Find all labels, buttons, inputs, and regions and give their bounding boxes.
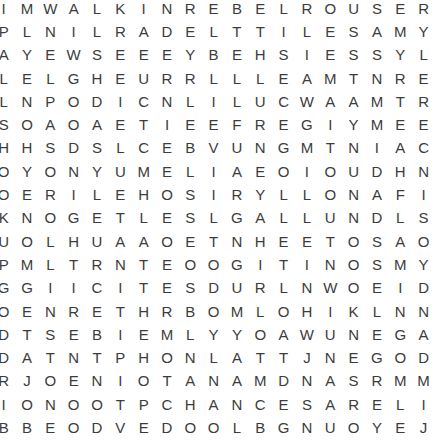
letter-cell-r6c4[interactable]: O [62, 113, 85, 136]
letter-cell-r9c17[interactable]: A [365, 183, 388, 206]
letter-cell-r11c16[interactable]: O [342, 229, 365, 252]
letter-cell-r15c2[interactable]: T [15, 323, 38, 346]
letter-cell-r7c12[interactable]: N [249, 136, 272, 159]
letter-cell-r14c17[interactable]: L [365, 299, 388, 322]
letter-cell-r7c3[interactable]: S [39, 136, 62, 159]
letter-cell-r5c16[interactable]: A [342, 90, 365, 113]
letter-cell-r10c14[interactable]: L [295, 206, 318, 229]
letter-cell-r6c19[interactable]: E [412, 113, 435, 136]
letter-cell-r19c9[interactable]: O [179, 416, 202, 439]
letter-cell-r6c9[interactable]: E [179, 113, 202, 136]
letter-cell-r13c15[interactable]: W [319, 276, 342, 299]
letter-cell-r15c10[interactable]: Y [202, 323, 225, 346]
letter-cell-r5c6[interactable]: I [109, 90, 132, 113]
letter-cell-r14c5[interactable]: E [85, 299, 108, 322]
letter-cell-r4c11[interactable]: L [225, 66, 248, 89]
letter-cell-r18c8[interactable]: C [155, 393, 178, 416]
letter-cell-r5c9[interactable]: L [179, 90, 202, 113]
letter-cell-r16c1[interactable]: D [0, 346, 15, 369]
letter-cell-r19c19[interactable]: J [412, 416, 435, 439]
letter-cell-r5c3[interactable]: P [39, 90, 62, 113]
letter-cell-r3c3[interactable]: E [39, 43, 62, 66]
letter-cell-r1c4[interactable]: A [62, 0, 85, 20]
letter-cell-r5c4[interactable]: O [62, 90, 85, 113]
letter-cell-r13c12[interactable]: R [249, 276, 272, 299]
letter-cell-r6c8[interactable]: I [155, 113, 178, 136]
letter-cell-r17c4[interactable]: E [62, 369, 85, 392]
letter-cell-r14c1[interactable]: O [0, 299, 15, 322]
letter-cell-r8c19[interactable]: N [412, 160, 435, 183]
letter-cell-r9c16[interactable]: N [342, 183, 365, 206]
letter-cell-r9c9[interactable]: S [179, 183, 202, 206]
letter-cell-r3c13[interactable]: S [272, 43, 295, 66]
letter-cell-r10c1[interactable]: K [0, 206, 15, 229]
letter-cell-r1c19[interactable]: R [412, 0, 435, 20]
letter-cell-r16c2[interactable]: A [15, 346, 38, 369]
letter-cell-r2c19[interactable]: Y [412, 20, 435, 43]
letter-cell-r11c17[interactable]: S [365, 229, 388, 252]
letter-cell-r8c14[interactable]: I [295, 160, 318, 183]
letter-cell-r2c17[interactable]: A [365, 20, 388, 43]
letter-cell-r1c1[interactable]: I [0, 0, 15, 20]
letter-cell-r15c14[interactable]: W [295, 323, 318, 346]
letter-cell-r8c1[interactable]: O [0, 160, 15, 183]
letter-cell-r7c5[interactable]: S [85, 136, 108, 159]
letter-cell-r10c6[interactable]: T [109, 206, 132, 229]
letter-cell-r9c18[interactable]: F [389, 183, 412, 206]
letter-cell-r13c1[interactable]: G [0, 276, 15, 299]
letter-cell-r12c15[interactable]: N [319, 253, 342, 276]
letter-cell-r7c11[interactable]: U [225, 136, 248, 159]
letter-cell-r8c13[interactable]: O [272, 160, 295, 183]
letter-cell-r7c14[interactable]: M [295, 136, 318, 159]
letter-cell-r16c14[interactable]: J [295, 346, 318, 369]
letter-cell-r9c11[interactable]: R [225, 183, 248, 206]
letter-cell-r5c15[interactable]: A [319, 90, 342, 113]
letter-cell-r3c16[interactable]: S [342, 43, 365, 66]
letter-cell-r7c19[interactable]: C [412, 136, 435, 159]
letter-cell-r17c3[interactable]: O [39, 369, 62, 392]
letter-cell-r17c12[interactable]: M [249, 369, 272, 392]
letter-cell-r9c1[interactable]: O [0, 183, 15, 206]
letter-cell-r9c15[interactable]: O [319, 183, 342, 206]
letter-cell-r1c6[interactable]: K [109, 0, 132, 20]
letter-cell-r13c3[interactable]: I [39, 276, 62, 299]
letter-cell-r6c13[interactable]: E [272, 113, 295, 136]
letter-cell-r4c15[interactable]: M [319, 66, 342, 89]
letter-cell-r9c10[interactable]: I [202, 183, 225, 206]
letter-cell-r14c14[interactable]: H [295, 299, 318, 322]
letter-cell-r7c4[interactable]: D [62, 136, 85, 159]
letter-cell-r3c7[interactable]: E [132, 43, 155, 66]
letter-cell-r19c4[interactable]: O [62, 416, 85, 439]
letter-cell-r6c14[interactable]: G [295, 113, 318, 136]
letter-cell-r14c4[interactable]: R [62, 299, 85, 322]
letter-cell-r5c8[interactable]: N [155, 90, 178, 113]
letter-cell-r14c12[interactable]: L [249, 299, 272, 322]
letter-cell-r11c13[interactable]: E [272, 229, 295, 252]
letter-cell-r3c2[interactable]: Y [15, 43, 38, 66]
letter-cell-r2c4[interactable]: I [62, 20, 85, 43]
letter-cell-r1c18[interactable]: E [389, 0, 412, 20]
letter-cell-r18c7[interactable]: P [132, 393, 155, 416]
letter-cell-r11c12[interactable]: H [249, 229, 272, 252]
letter-cell-r3c18[interactable]: Y [389, 43, 412, 66]
letter-cell-r15c18[interactable]: G [389, 323, 412, 346]
letter-cell-r19c17[interactable]: Y [365, 416, 388, 439]
letter-cell-r10c15[interactable]: U [319, 206, 342, 229]
letter-cell-r15c9[interactable]: L [179, 323, 202, 346]
letter-cell-r13c7[interactable]: T [132, 276, 155, 299]
letter-cell-r19c7[interactable]: E [132, 416, 155, 439]
letter-cell-r9c19[interactable]: I [412, 183, 435, 206]
letter-cell-r5c10[interactable]: I [202, 90, 225, 113]
letter-cell-r14c9[interactable]: B [179, 299, 202, 322]
letter-cell-r12c6[interactable]: N [109, 253, 132, 276]
letter-cell-r5c2[interactable]: N [15, 90, 38, 113]
letter-cell-r10c7[interactable]: L [132, 206, 155, 229]
letter-cell-r18c14[interactable]: S [295, 393, 318, 416]
letter-cell-r9c13[interactable]: L [272, 183, 295, 206]
letter-cell-r12c12[interactable]: I [249, 253, 272, 276]
letter-cell-r4c17[interactable]: N [365, 66, 388, 89]
letter-cell-r10c3[interactable]: O [39, 206, 62, 229]
letter-cell-r18c9[interactable]: H [179, 393, 202, 416]
letter-cell-r3c5[interactable]: S [85, 43, 108, 66]
letter-cell-r10c12[interactable]: A [249, 206, 272, 229]
letter-cell-r6c16[interactable]: Y [342, 113, 365, 136]
letter-cell-r11c7[interactable]: A [132, 229, 155, 252]
letter-cell-r7c10[interactable]: V [202, 136, 225, 159]
letter-cell-r3c19[interactable]: L [412, 43, 435, 66]
letter-cell-r8c11[interactable]: A [225, 160, 248, 183]
letter-cell-r4c18[interactable]: R [389, 66, 412, 89]
letter-cell-r3c14[interactable]: I [295, 43, 318, 66]
letter-cell-r16c18[interactable]: O [389, 346, 412, 369]
letter-cell-r18c6[interactable]: T [109, 393, 132, 416]
letter-cell-r18c17[interactable]: E [365, 393, 388, 416]
letter-cell-r10c10[interactable]: L [202, 206, 225, 229]
letter-cell-r11c8[interactable]: O [155, 229, 178, 252]
letter-cell-r8c2[interactable]: Y [15, 160, 38, 183]
letter-cell-r13c9[interactable]: S [179, 276, 202, 299]
letter-cell-r12c17[interactable]: S [365, 253, 388, 276]
letter-cell-r13c6[interactable]: I [109, 276, 132, 299]
letter-cell-r16c11[interactable]: A [225, 346, 248, 369]
letter-cell-r8c9[interactable]: L [179, 160, 202, 183]
letter-cell-r6c11[interactable]: F [225, 113, 248, 136]
letter-cell-r16c15[interactable]: N [319, 346, 342, 369]
letter-cell-r19c3[interactable]: E [39, 416, 62, 439]
letter-cell-r5c13[interactable]: C [272, 90, 295, 113]
letter-cell-r17c19[interactable]: M [412, 369, 435, 392]
letter-cell-r12c1[interactable]: P [0, 253, 15, 276]
letter-cell-r10c9[interactable]: S [179, 206, 202, 229]
letter-cell-r10c11[interactable]: G [225, 206, 248, 229]
letter-cell-r10c17[interactable]: D [365, 206, 388, 229]
letter-cell-r19c2[interactable]: B [15, 416, 38, 439]
letter-cell-r8c4[interactable]: N [62, 160, 85, 183]
letter-cell-r19c6[interactable]: V [109, 416, 132, 439]
letter-cell-r16c3[interactable]: T [39, 346, 62, 369]
letter-cell-r1c5[interactable]: L [85, 0, 108, 20]
letter-cell-r4c9[interactable]: R [179, 66, 202, 89]
letter-cell-r19c18[interactable]: E [389, 416, 412, 439]
letter-cell-r18c10[interactable]: A [202, 393, 225, 416]
letter-cell-r10c8[interactable]: E [155, 206, 178, 229]
letter-cell-r16c17[interactable]: G [365, 346, 388, 369]
letter-cell-r18c12[interactable]: C [249, 393, 272, 416]
letter-cell-r8c7[interactable]: M [132, 160, 155, 183]
letter-cell-r16c16[interactable]: E [342, 346, 365, 369]
letter-cell-r4c5[interactable]: H [85, 66, 108, 89]
letter-cell-r15c6[interactable]: I [109, 323, 132, 346]
letter-cell-r11c10[interactable]: T [202, 229, 225, 252]
letter-cell-r17c1[interactable]: R [0, 369, 15, 392]
letter-cell-r13c5[interactable]: C [85, 276, 108, 299]
letter-cell-r4c12[interactable]: L [249, 66, 272, 89]
letter-cell-r11c19[interactable]: O [412, 229, 435, 252]
letter-cell-r10c13[interactable]: L [272, 206, 295, 229]
letter-cell-r16c10[interactable]: L [202, 346, 225, 369]
letter-cell-r6c3[interactable]: A [39, 113, 62, 136]
letter-cell-r16c12[interactable]: T [249, 346, 272, 369]
letter-cell-r6c12[interactable]: R [249, 113, 272, 136]
letter-cell-r17c18[interactable]: M [389, 369, 412, 392]
letter-cell-r11c6[interactable]: A [109, 229, 132, 252]
letter-cell-r11c14[interactable]: E [295, 229, 318, 252]
letter-cell-r2c7[interactable]: A [132, 20, 155, 43]
letter-cell-r13c17[interactable]: E [365, 276, 388, 299]
letter-cell-r19c16[interactable]: O [342, 416, 365, 439]
letter-cell-r12c7[interactable]: T [132, 253, 155, 276]
letter-cell-r2c5[interactable]: L [85, 20, 108, 43]
letter-cell-r12c14[interactable]: I [295, 253, 318, 276]
letter-cell-r2c6[interactable]: R [109, 20, 132, 43]
letter-cell-r14c6[interactable]: T [109, 299, 132, 322]
letter-cell-r2c15[interactable]: E [319, 20, 342, 43]
letter-cell-r17c5[interactable]: N [85, 369, 108, 392]
letter-cell-r2c11[interactable]: T [225, 20, 248, 43]
letter-cell-r1c10[interactable]: E [202, 0, 225, 20]
letter-cell-r3c4[interactable]: W [62, 43, 85, 66]
letter-cell-r1c9[interactable]: R [179, 0, 202, 20]
letter-cell-r16c5[interactable]: T [85, 346, 108, 369]
letter-cell-r5c14[interactable]: W [295, 90, 318, 113]
letter-cell-r4c4[interactable]: G [62, 66, 85, 89]
letter-cell-r13c14[interactable]: N [295, 276, 318, 299]
letter-cell-r15c4[interactable]: E [62, 323, 85, 346]
letter-cell-r10c5[interactable]: E [85, 206, 108, 229]
letter-cell-r2c18[interactable]: M [389, 20, 412, 43]
letter-cell-r12c5[interactable]: R [85, 253, 108, 276]
letter-cell-r19c10[interactable]: O [202, 416, 225, 439]
letter-cell-r18c1[interactable]: I [0, 393, 15, 416]
letter-cell-r17c17[interactable]: R [365, 369, 388, 392]
letter-cell-r14c7[interactable]: H [132, 299, 155, 322]
letter-cell-r1c17[interactable]: S [365, 0, 388, 20]
letter-cell-r10c16[interactable]: N [342, 206, 365, 229]
letter-cell-r15c1[interactable]: D [0, 323, 15, 346]
letter-cell-r6c5[interactable]: A [85, 113, 108, 136]
letter-cell-r7c15[interactable]: T [319, 136, 342, 159]
letter-cell-r4c1[interactable]: L [0, 66, 15, 89]
letter-cell-r2c13[interactable]: I [272, 20, 295, 43]
letter-cell-r7c17[interactable]: I [365, 136, 388, 159]
letter-cell-r17c9[interactable]: A [179, 369, 202, 392]
letter-cell-r13c13[interactable]: L [272, 276, 295, 299]
letter-cell-r1c15[interactable]: O [319, 0, 342, 20]
letter-cell-r18c16[interactable]: R [342, 393, 365, 416]
letter-cell-r5c12[interactable]: U [249, 90, 272, 113]
letter-cell-r4c13[interactable]: E [272, 66, 295, 89]
letter-cell-r12c16[interactable]: O [342, 253, 365, 276]
letter-cell-r12c18[interactable]: M [389, 253, 412, 276]
letter-cell-r2c2[interactable]: L [15, 20, 38, 43]
letter-cell-r11c15[interactable]: T [319, 229, 342, 252]
letter-cell-r8c15[interactable]: O [319, 160, 342, 183]
letter-cell-r12c4[interactable]: T [62, 253, 85, 276]
letter-cell-r1c3[interactable]: W [39, 0, 62, 20]
letter-cell-r16c13[interactable]: T [272, 346, 295, 369]
letter-cell-r3c12[interactable]: H [249, 43, 272, 66]
letter-cell-r1c16[interactable]: U [342, 0, 365, 20]
letter-cell-r2c14[interactable]: L [295, 20, 318, 43]
letter-cell-r16c8[interactable]: O [155, 346, 178, 369]
letter-cell-r6c7[interactable]: T [132, 113, 155, 136]
letter-cell-r18c18[interactable]: L [389, 393, 412, 416]
letter-cell-r1c12[interactable]: E [249, 0, 272, 20]
letter-cell-r7c9[interactable]: B [179, 136, 202, 159]
letter-cell-r1c2[interactable]: M [15, 0, 38, 20]
letter-cell-r19c14[interactable]: N [295, 416, 318, 439]
letter-cell-r4c3[interactable]: L [39, 66, 62, 89]
letter-cell-r12c10[interactable]: O [202, 253, 225, 276]
letter-cell-r8c3[interactable]: O [39, 160, 62, 183]
letter-cell-r6c15[interactable]: I [319, 113, 342, 136]
letter-cell-r15c16[interactable]: N [342, 323, 365, 346]
letter-cell-r3c1[interactable]: A [0, 43, 15, 66]
letter-cell-r5c17[interactable]: M [365, 90, 388, 113]
letter-cell-r17c6[interactable]: I [109, 369, 132, 392]
letter-cell-r2c16[interactable]: S [342, 20, 365, 43]
letter-cell-r6c17[interactable]: M [365, 113, 388, 136]
letter-cell-r14c13[interactable]: O [272, 299, 295, 322]
letter-cell-r14c11[interactable]: M [225, 299, 248, 322]
letter-cell-r17c14[interactable]: N [295, 369, 318, 392]
letter-cell-r2c10[interactable]: L [202, 20, 225, 43]
letter-cell-r12c2[interactable]: M [15, 253, 38, 276]
letter-cell-r5c7[interactable]: C [132, 90, 155, 113]
letter-cell-r9c3[interactable]: R [39, 183, 62, 206]
letter-cell-r9c14[interactable]: L [295, 183, 318, 206]
letter-cell-r9c12[interactable]: Y [249, 183, 272, 206]
letter-cell-r9c7[interactable]: H [132, 183, 155, 206]
letter-cell-r1c14[interactable]: R [295, 0, 318, 20]
letter-cell-r1c13[interactable]: L [272, 0, 295, 20]
letter-cell-r16c7[interactable]: H [132, 346, 155, 369]
letter-cell-r3c15[interactable]: E [319, 43, 342, 66]
letter-cell-r8c8[interactable]: E [155, 160, 178, 183]
letter-cell-r13c16[interactable]: O [342, 276, 365, 299]
letter-cell-r7c1[interactable]: H [0, 136, 15, 159]
letter-cell-r9c2[interactable]: E [15, 183, 38, 206]
letter-cell-r9c6[interactable]: E [109, 183, 132, 206]
letter-cell-r13c18[interactable]: I [389, 276, 412, 299]
letter-cell-r3c17[interactable]: S [365, 43, 388, 66]
letter-cell-r10c2[interactable]: N [15, 206, 38, 229]
letter-cell-r13c8[interactable]: E [155, 276, 178, 299]
letter-cell-r14c10[interactable]: O [202, 299, 225, 322]
letter-cell-r19c13[interactable]: G [272, 416, 295, 439]
letter-cell-r2c9[interactable]: E [179, 20, 202, 43]
letter-cell-r16c4[interactable]: N [62, 346, 85, 369]
letter-cell-r6c6[interactable]: E [109, 113, 132, 136]
letter-cell-r18c4[interactable]: O [62, 393, 85, 416]
letter-cell-r12c8[interactable]: E [155, 253, 178, 276]
letter-cell-r17c13[interactable]: D [272, 369, 295, 392]
letter-cell-r15c7[interactable]: E [132, 323, 155, 346]
letter-cell-r2c3[interactable]: N [39, 20, 62, 43]
letter-cell-r8c10[interactable]: I [202, 160, 225, 183]
letter-cell-r12c11[interactable]: G [225, 253, 248, 276]
letter-cell-r3c11[interactable]: E [225, 43, 248, 66]
letter-cell-r4c6[interactable]: E [109, 66, 132, 89]
letter-cell-r7c16[interactable]: N [342, 136, 365, 159]
letter-cell-r3c8[interactable]: E [155, 43, 178, 66]
letter-cell-r4c10[interactable]: L [202, 66, 225, 89]
letter-cell-r15c13[interactable]: A [272, 323, 295, 346]
letter-cell-r16c19[interactable]: D [412, 346, 435, 369]
letter-cell-r8c16[interactable]: U [342, 160, 365, 183]
letter-cell-r19c15[interactable]: U [319, 416, 342, 439]
letter-cell-r1c8[interactable]: N [155, 0, 178, 20]
letter-cell-r11c9[interactable]: E [179, 229, 202, 252]
letter-cell-r14c8[interactable]: R [155, 299, 178, 322]
letter-cell-r13c19[interactable]: D [412, 276, 435, 299]
letter-cell-r16c9[interactable]: N [179, 346, 202, 369]
letter-cell-r11c11[interactable]: N [225, 229, 248, 252]
letter-cell-r4c2[interactable]: E [15, 66, 38, 89]
letter-cell-r14c2[interactable]: E [15, 299, 38, 322]
letter-cell-r7c7[interactable]: C [132, 136, 155, 159]
letter-cell-r18c19[interactable]: I [412, 393, 435, 416]
letter-cell-r14c3[interactable]: N [39, 299, 62, 322]
letter-cell-r5c19[interactable]: R [412, 90, 435, 113]
letter-cell-r7c18[interactable]: A [389, 136, 412, 159]
letter-cell-r5c11[interactable]: L [225, 90, 248, 113]
letter-cell-r2c1[interactable]: P [0, 20, 15, 43]
letter-cell-r12c9[interactable]: O [179, 253, 202, 276]
letter-cell-r8c6[interactable]: U [109, 160, 132, 183]
letter-cell-r16c6[interactable]: P [109, 346, 132, 369]
letter-cell-r11c4[interactable]: H [62, 229, 85, 252]
letter-cell-r17c10[interactable]: N [202, 369, 225, 392]
letter-cell-r8c5[interactable]: Y [85, 160, 108, 183]
letter-cell-r18c15[interactable]: A [319, 393, 342, 416]
letter-cell-r17c7[interactable]: O [132, 369, 155, 392]
letter-cell-r15c17[interactable]: E [365, 323, 388, 346]
letter-cell-r13c4[interactable]: I [62, 276, 85, 299]
letter-cell-r11c5[interactable]: U [85, 229, 108, 252]
letter-cell-r15c12[interactable]: O [249, 323, 272, 346]
letter-cell-r8c18[interactable]: H [389, 160, 412, 183]
letter-cell-r14c15[interactable]: I [319, 299, 342, 322]
letter-cell-r15c19[interactable]: A [412, 323, 435, 346]
letter-cell-r7c6[interactable]: L [109, 136, 132, 159]
letter-cell-r17c15[interactable]: A [319, 369, 342, 392]
letter-cell-r14c19[interactable]: N [412, 299, 435, 322]
